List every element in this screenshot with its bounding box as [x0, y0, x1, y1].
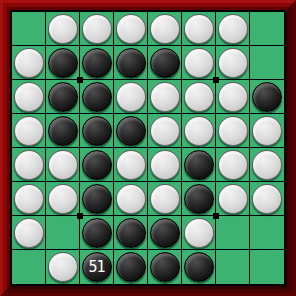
- disc-black: [184, 184, 214, 214]
- disc-white: [218, 48, 248, 78]
- disc-white: [184, 48, 214, 78]
- cell-h6[interactable]: [250, 182, 284, 216]
- cell-c5[interactable]: [80, 148, 114, 182]
- othello-board: 51: [12, 12, 284, 284]
- disc-white: [48, 252, 78, 282]
- cell-b8[interactable]: [46, 250, 80, 284]
- cell-e1[interactable]: [148, 12, 182, 46]
- cell-g7[interactable]: [216, 216, 250, 250]
- cell-g2[interactable]: [216, 46, 250, 80]
- cell-h2[interactable]: [250, 46, 284, 80]
- disc-black: [82, 184, 112, 214]
- cell-g3[interactable]: [216, 80, 250, 114]
- cell-b3[interactable]: [46, 80, 80, 114]
- disc-white: [14, 218, 44, 248]
- cell-c8[interactable]: 51: [80, 250, 114, 284]
- disc-white: [218, 150, 248, 180]
- disc-white: [82, 14, 112, 44]
- cell-f6[interactable]: [182, 182, 216, 216]
- cell-a8[interactable]: [12, 250, 46, 284]
- last-move-number: 51: [88, 260, 104, 275]
- cell-d1[interactable]: [114, 12, 148, 46]
- disc-white: [48, 150, 78, 180]
- cell-f8[interactable]: [182, 250, 216, 284]
- cell-d4[interactable]: [114, 114, 148, 148]
- cell-h5[interactable]: [250, 148, 284, 182]
- star-point: [77, 213, 83, 219]
- disc-black: [150, 252, 180, 282]
- cell-e8[interactable]: [148, 250, 182, 284]
- disc-black: [48, 116, 78, 146]
- disc-white: [218, 116, 248, 146]
- cell-b6[interactable]: [46, 182, 80, 216]
- cell-d2[interactable]: [114, 46, 148, 80]
- cell-f5[interactable]: [182, 148, 216, 182]
- cell-d5[interactable]: [114, 148, 148, 182]
- cell-e4[interactable]: [148, 114, 182, 148]
- cell-e6[interactable]: [148, 182, 182, 216]
- disc-black: [48, 48, 78, 78]
- disc-white: [184, 116, 214, 146]
- cell-d3[interactable]: [114, 80, 148, 114]
- cell-h7[interactable]: [250, 216, 284, 250]
- disc-black: [82, 48, 112, 78]
- cell-c4[interactable]: [80, 114, 114, 148]
- board-frame-outer: 51: [0, 0, 296, 296]
- cell-c7[interactable]: [80, 216, 114, 250]
- cell-c1[interactable]: [80, 12, 114, 46]
- cell-g8[interactable]: [216, 250, 250, 284]
- cell-h3[interactable]: [250, 80, 284, 114]
- cell-f7[interactable]: [182, 216, 216, 250]
- disc-white: [14, 184, 44, 214]
- disc-black: [82, 218, 112, 248]
- cell-a5[interactable]: [12, 148, 46, 182]
- disc-white: [116, 82, 146, 112]
- disc-white: [14, 48, 44, 78]
- cell-e7[interactable]: [148, 216, 182, 250]
- cell-c3[interactable]: [80, 80, 114, 114]
- cell-f4[interactable]: [182, 114, 216, 148]
- disc-black: 51: [82, 252, 112, 282]
- cell-c2[interactable]: [80, 46, 114, 80]
- cell-h8[interactable]: [250, 250, 284, 284]
- disc-white: [150, 184, 180, 214]
- disc-white: [14, 82, 44, 112]
- disc-black: [184, 252, 214, 282]
- disc-black: [252, 82, 282, 112]
- disc-black: [184, 150, 214, 180]
- cell-b5[interactable]: [46, 148, 80, 182]
- disc-black: [116, 252, 146, 282]
- disc-white: [252, 184, 282, 214]
- cell-a3[interactable]: [12, 80, 46, 114]
- disc-white: [48, 14, 78, 44]
- disc-black: [116, 48, 146, 78]
- disc-white: [150, 14, 180, 44]
- star-point: [213, 213, 219, 219]
- cell-b4[interactable]: [46, 114, 80, 148]
- disc-black: [150, 48, 180, 78]
- disc-white: [14, 116, 44, 146]
- cell-b1[interactable]: [46, 12, 80, 46]
- disc-white: [218, 184, 248, 214]
- cell-a1[interactable]: [12, 12, 46, 46]
- cell-g5[interactable]: [216, 148, 250, 182]
- disc-white: [116, 150, 146, 180]
- cell-a2[interactable]: [12, 46, 46, 80]
- star-point: [213, 77, 219, 83]
- cell-g4[interactable]: [216, 114, 250, 148]
- star-point: [77, 77, 83, 83]
- disc-black: [116, 218, 146, 248]
- disc-white: [116, 14, 146, 44]
- disc-white: [218, 14, 248, 44]
- disc-white: [218, 82, 248, 112]
- disc-black: [150, 218, 180, 248]
- board-frame-middle: 51: [3, 3, 293, 293]
- cell-a6[interactable]: [12, 182, 46, 216]
- cell-f2[interactable]: [182, 46, 216, 80]
- cell-e2[interactable]: [148, 46, 182, 80]
- cell-c6[interactable]: [80, 182, 114, 216]
- cell-d8[interactable]: [114, 250, 148, 284]
- disc-white: [252, 116, 282, 146]
- disc-white: [14, 150, 44, 180]
- disc-black: [82, 116, 112, 146]
- cell-a7[interactable]: [12, 216, 46, 250]
- cell-b7[interactable]: [46, 216, 80, 250]
- disc-white: [184, 218, 214, 248]
- disc-white: [150, 116, 180, 146]
- disc-white: [116, 184, 146, 214]
- cell-h1[interactable]: [250, 12, 284, 46]
- board-border: 51: [10, 10, 286, 286]
- disc-white: [252, 150, 282, 180]
- cell-e3[interactable]: [148, 80, 182, 114]
- disc-black: [82, 150, 112, 180]
- cell-f1[interactable]: [182, 12, 216, 46]
- cell-b2[interactable]: [46, 46, 80, 80]
- cell-g6[interactable]: [216, 182, 250, 216]
- cell-d7[interactable]: [114, 216, 148, 250]
- disc-white: [48, 184, 78, 214]
- disc-white: [150, 150, 180, 180]
- cell-g1[interactable]: [216, 12, 250, 46]
- disc-white: [184, 14, 214, 44]
- cell-h4[interactable]: [250, 114, 284, 148]
- disc-white: [184, 82, 214, 112]
- cell-a4[interactable]: [12, 114, 46, 148]
- cell-d6[interactable]: [114, 182, 148, 216]
- cell-e5[interactable]: [148, 148, 182, 182]
- cell-f3[interactable]: [182, 80, 216, 114]
- disc-black: [48, 82, 78, 112]
- disc-black: [82, 82, 112, 112]
- board-frame-inner: 51: [7, 7, 289, 289]
- disc-white: [150, 82, 180, 112]
- disc-black: [116, 116, 146, 146]
